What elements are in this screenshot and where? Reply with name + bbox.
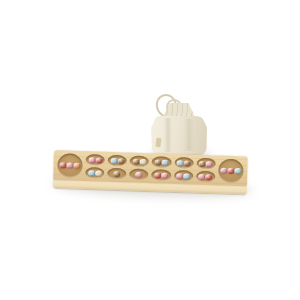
pit-back-2[interactable] — [108, 155, 128, 167]
stone-red — [95, 157, 102, 163]
stone-pink — [206, 161, 213, 167]
stone-pink — [161, 172, 168, 178]
pit-back-1[interactable] — [86, 154, 106, 166]
pit-front-6[interactable] — [196, 171, 216, 183]
bag-fabric-fold — [184, 119, 194, 151]
stone-blue — [88, 170, 95, 176]
stone-orange — [73, 163, 80, 169]
pit-front-2[interactable] — [107, 168, 127, 180]
stone-brown — [117, 158, 124, 164]
pit-front-1[interactable] — [85, 167, 105, 179]
stone-blue — [110, 157, 117, 163]
stone-blue — [162, 159, 169, 165]
store-left[interactable] — [57, 153, 83, 178]
stone-cream — [139, 158, 146, 164]
stone-pink — [136, 171, 143, 177]
pit-back-4[interactable] — [152, 156, 172, 168]
pit-grid — [53, 150, 248, 186]
stone-red — [206, 174, 213, 180]
bag-fabric-fold — [164, 118, 172, 152]
store-right[interactable] — [218, 158, 244, 183]
pit-back-6[interactable] — [196, 158, 216, 170]
stone-brown — [132, 158, 139, 164]
stone-blue — [234, 168, 241, 174]
product-photo-canvas — [0, 0, 300, 300]
stone-cream — [95, 170, 102, 176]
pit-back-5[interactable] — [174, 157, 194, 169]
stone-pink — [88, 157, 95, 163]
mancala-board — [53, 150, 248, 194]
stone-brown — [113, 170, 120, 176]
cotton-bag — [150, 94, 208, 158]
pit-front-5[interactable] — [174, 170, 194, 182]
bag-body — [151, 116, 207, 156]
pit-front-3[interactable] — [129, 169, 149, 181]
pit-back-3[interactable] — [130, 156, 150, 168]
pit-front-4[interactable] — [152, 169, 172, 181]
stone-blue — [183, 173, 190, 179]
stone-brown — [184, 160, 191, 166]
